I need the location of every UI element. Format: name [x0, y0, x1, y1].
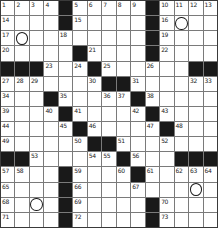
cell-r1c2[interactable]: 2 [15, 1, 28, 15]
cell-r10c9[interactable]: 51 [117, 137, 130, 151]
crossword-grid: 1234567891011121314151617181920212223242… [0, 0, 218, 228]
cell-r4c10[interactable] [131, 46, 144, 60]
clue-number-45: 45 [60, 122, 67, 129]
cell-r7c15[interactable] [204, 92, 217, 106]
cell-r8c13[interactable] [175, 107, 188, 121]
clue-number-36: 36 [103, 92, 110, 99]
cell-r1c10[interactable]: 9 [131, 1, 144, 15]
cell-r14c9[interactable] [117, 198, 130, 212]
cell-r14c6[interactable]: 69 [73, 198, 86, 212]
cell-r12c8[interactable] [102, 167, 115, 181]
cell-r6c5[interactable] [59, 77, 72, 91]
cell-r6c11[interactable] [146, 77, 159, 91]
black-cell-r7c4 [44, 92, 57, 106]
cell-r11c7[interactable]: 54 [88, 152, 101, 166]
cell-r4c7[interactable]: 21 [88, 46, 101, 60]
cell-r2c7[interactable] [88, 16, 101, 30]
cell-r2c13[interactable] [175, 16, 188, 30]
clue-number-68: 68 [2, 198, 9, 205]
cell-r7c9[interactable]: 37 [117, 92, 130, 106]
cell-r2c6[interactable]: 15 [73, 16, 86, 30]
cell-r6c3[interactable]: 29 [30, 77, 43, 91]
cell-r4c4[interactable] [44, 46, 57, 60]
clue-number-54: 54 [89, 152, 96, 159]
black-cell-r14c5 [59, 198, 72, 212]
black-cell-r6c8 [102, 77, 115, 91]
cell-r10c3[interactable] [30, 137, 43, 151]
cell-r10c4[interactable] [44, 137, 57, 151]
cell-r15c7[interactable] [88, 213, 101, 227]
cell-r12c14[interactable]: 63 [189, 167, 202, 181]
cell-r9c9[interactable] [117, 122, 130, 136]
cell-r14c13[interactable] [175, 198, 188, 212]
clue-number-20: 20 [2, 46, 9, 53]
circle-marker [175, 17, 187, 30]
cell-r10c12[interactable]: 52 [160, 137, 173, 151]
clue-number-30: 30 [89, 77, 96, 84]
clue-number-29: 29 [31, 77, 38, 84]
black-cell-r7c10 [131, 92, 144, 106]
cell-r12c11[interactable]: 61 [146, 167, 159, 181]
cell-r9c13[interactable]: 48 [175, 122, 188, 136]
clue-number-65: 65 [2, 183, 9, 190]
black-cell-r3c11 [146, 31, 159, 45]
clue-number-21: 21 [89, 46, 96, 53]
black-cell-r14c11 [146, 198, 159, 212]
clue-number-16: 16 [161, 16, 168, 23]
clue-number-28: 28 [16, 77, 23, 84]
cell-r11c12[interactable] [160, 152, 173, 166]
cell-r1c15[interactable]: 13 [204, 1, 217, 15]
black-cell-r4c11 [146, 46, 159, 60]
cell-r12c9[interactable]: 60 [117, 167, 130, 181]
black-cell-r2c11 [146, 16, 159, 30]
cell-r13c4[interactable] [44, 183, 57, 197]
cell-r1c8[interactable]: 7 [102, 1, 115, 15]
cell-r9c1[interactable]: 44 [1, 122, 14, 136]
cell-r4c13[interactable] [175, 46, 188, 60]
cell-r12c7[interactable] [88, 167, 101, 181]
cell-r14c3[interactable] [30, 198, 43, 212]
cell-r11c3[interactable]: 53 [30, 152, 43, 166]
cell-r15c4[interactable] [44, 213, 57, 227]
cell-r8c14[interactable] [189, 107, 202, 121]
clue-number-26: 26 [147, 62, 154, 69]
cell-r8c8[interactable] [102, 107, 115, 121]
cell-r5c5[interactable] [59, 62, 72, 76]
cell-r4c12[interactable]: 22 [160, 46, 173, 60]
cell-r6c10[interactable]: 31 [131, 77, 144, 91]
clue-number-5: 5 [74, 1, 77, 8]
cell-r3c12[interactable]: 19 [160, 31, 173, 45]
cell-r8c12[interactable]: 43 [160, 107, 173, 121]
cell-r12c6[interactable]: 59 [73, 167, 86, 181]
cell-r4c15[interactable] [204, 46, 217, 60]
cell-r6c7[interactable]: 30 [88, 77, 101, 91]
clue-number-35: 35 [60, 92, 67, 99]
cell-r11c8[interactable]: 55 [102, 152, 115, 166]
cell-r10c11[interactable] [146, 137, 159, 151]
clue-number-53: 53 [31, 152, 38, 159]
cell-r3c3[interactable] [30, 31, 43, 45]
clue-number-19: 19 [161, 31, 168, 38]
black-cell-r10c7 [88, 137, 101, 151]
cell-r1c9[interactable]: 8 [117, 1, 130, 15]
cell-r5c13[interactable] [175, 62, 188, 76]
cell-r13c14[interactable] [189, 183, 202, 197]
cell-r15c14[interactable] [189, 213, 202, 227]
clue-number-55: 55 [103, 152, 110, 159]
black-cell-r12c5 [59, 167, 72, 181]
cell-r6c13[interactable] [175, 77, 188, 91]
cell-r4c8[interactable] [102, 46, 115, 60]
cell-r15c9[interactable] [117, 213, 130, 227]
clue-number-48: 48 [176, 122, 183, 129]
cell-r6c15[interactable]: 33 [204, 77, 217, 91]
clue-number-32: 32 [190, 77, 197, 84]
cell-r2c9[interactable] [117, 16, 130, 30]
cell-r5c8[interactable]: 25 [102, 62, 115, 76]
cell-r2c3[interactable] [30, 16, 43, 30]
cell-r3c5[interactable]: 18 [59, 31, 72, 45]
cell-r1c3[interactable]: 3 [30, 1, 43, 15]
clue-number-33: 33 [205, 77, 212, 84]
clue-number-14: 14 [2, 16, 9, 23]
cell-r2c10[interactable] [131, 16, 144, 30]
cell-r8c2[interactable] [15, 107, 28, 121]
cell-r8c4[interactable]: 40 [44, 107, 57, 121]
cell-r14c4[interactable] [44, 198, 57, 212]
cell-r11c10[interactable]: 56 [131, 152, 144, 166]
cell-r14c1[interactable]: 68 [1, 198, 14, 212]
clue-number-6: 6 [89, 1, 92, 8]
cell-r9c8[interactable] [102, 122, 115, 136]
cell-r7c3[interactable] [30, 92, 43, 106]
cell-r4c2[interactable] [15, 46, 28, 60]
clue-number-43: 43 [161, 107, 168, 114]
clue-number-15: 15 [74, 16, 81, 23]
black-cell-r4c6 [73, 46, 86, 60]
cell-r7c7[interactable] [88, 92, 101, 106]
cell-r14c14[interactable] [189, 198, 202, 212]
black-cell-r5c1 [1, 62, 14, 76]
cell-r12c12[interactable] [160, 167, 173, 181]
clue-number-73: 73 [161, 213, 168, 220]
clue-number-56: 56 [132, 152, 139, 159]
cell-r4c9[interactable] [117, 46, 130, 60]
clue-number-72: 72 [74, 213, 81, 220]
cell-r11c4[interactable] [44, 152, 57, 166]
black-cell-r2c5 [59, 16, 72, 30]
black-cell-r5c14 [189, 62, 202, 76]
clue-number-25: 25 [103, 62, 110, 69]
cell-r8c10[interactable]: 42 [131, 107, 144, 121]
clue-number-59: 59 [74, 167, 81, 174]
cell-r6c6[interactable] [73, 77, 86, 91]
cell-r3c9[interactable] [117, 31, 130, 45]
black-cell-r8c5 [59, 107, 72, 121]
cell-r8c3[interactable] [30, 107, 43, 121]
black-cell-r11c1 [1, 152, 14, 166]
clue-number-4: 4 [45, 1, 48, 8]
cell-r8c7[interactable] [88, 107, 101, 121]
cell-r15c10[interactable] [131, 213, 144, 227]
cell-r12c1[interactable]: 57 [1, 167, 14, 181]
black-cell-r1c5 [59, 1, 72, 15]
cell-r6c4[interactable] [44, 77, 57, 91]
cell-r15c12[interactable]: 73 [160, 213, 173, 227]
black-cell-r11c13 [175, 152, 188, 166]
cell-r7c8[interactable]: 36 [102, 92, 115, 106]
cell-r9c15[interactable] [204, 122, 217, 136]
cell-r9c14[interactable] [189, 122, 202, 136]
black-cell-r1c11 [146, 1, 159, 15]
cell-r2c4[interactable] [44, 16, 57, 30]
black-cell-r5c2 [15, 62, 28, 76]
cell-r14c8[interactable] [102, 198, 115, 212]
cell-r10c1[interactable]: 49 [1, 137, 14, 151]
cell-r10c13[interactable] [175, 137, 188, 151]
cell-r15c6[interactable]: 72 [73, 213, 86, 227]
clue-number-39: 39 [2, 107, 9, 114]
clue-number-38: 38 [147, 92, 154, 99]
cell-r1c7[interactable]: 6 [88, 1, 101, 15]
clue-number-70: 70 [161, 198, 168, 205]
black-cell-r9c12 [160, 122, 173, 136]
clue-number-57: 57 [2, 167, 9, 174]
cell-r1c6[interactable]: 5 [73, 1, 86, 15]
cell-r10c10[interactable] [131, 137, 144, 151]
cell-r13c11[interactable] [146, 183, 159, 197]
cell-r10c2[interactable] [15, 137, 28, 151]
cell-r5c11[interactable]: 26 [146, 62, 159, 76]
cell-r3c15[interactable] [204, 31, 217, 45]
cell-r9c4[interactable] [44, 122, 57, 136]
cell-r2c12[interactable]: 16 [160, 16, 173, 30]
cell-r13c15[interactable] [204, 183, 217, 197]
cell-r9c11[interactable]: 47 [146, 122, 159, 136]
clue-number-69: 69 [74, 198, 81, 205]
clue-number-64: 64 [205, 167, 212, 174]
cell-r2c1[interactable]: 14 [1, 16, 14, 30]
clue-number-60: 60 [118, 167, 125, 174]
cell-r6c1[interactable]: 27 [1, 77, 14, 91]
cell-r7c12[interactable] [160, 92, 173, 106]
black-cell-r5c7 [88, 62, 101, 76]
clue-number-40: 40 [45, 107, 52, 114]
black-cell-r13c5 [59, 183, 72, 197]
cell-r14c10[interactable] [131, 198, 144, 212]
cell-r8c15[interactable] [204, 107, 217, 121]
cell-r3c6[interactable] [73, 31, 86, 45]
cell-r7c14[interactable] [189, 92, 202, 106]
clue-number-10: 10 [161, 1, 168, 8]
black-cell-r11c9 [117, 152, 130, 166]
cell-r12c3[interactable] [30, 167, 43, 181]
cell-r1c13[interactable]: 11 [175, 1, 188, 15]
clue-number-11: 11 [176, 1, 183, 8]
cell-r10c5[interactable] [59, 137, 72, 151]
cell-r9c2[interactable] [15, 122, 28, 136]
black-cell-r9c6 [73, 122, 86, 136]
clue-number-12: 12 [190, 1, 197, 8]
cell-r13c7[interactable] [88, 183, 101, 197]
cell-r13c13[interactable] [175, 183, 188, 197]
cell-r9c7[interactable]: 46 [88, 122, 101, 136]
cell-r9c3[interactable] [30, 122, 43, 136]
cell-r3c4[interactable] [44, 31, 57, 45]
cell-r3c14[interactable] [189, 31, 202, 45]
cell-r3c2[interactable] [15, 31, 28, 45]
cell-r15c3[interactable] [30, 213, 43, 227]
cell-r2c8[interactable] [102, 16, 115, 30]
cell-r1c14[interactable]: 12 [189, 1, 202, 15]
cell-r4c14[interactable] [189, 46, 202, 60]
cell-r1c4[interactable]: 4 [44, 1, 57, 15]
cell-r3c8[interactable] [102, 31, 115, 45]
cell-r1c12[interactable]: 10 [160, 1, 173, 15]
clue-number-7: 7 [103, 1, 106, 8]
cell-r4c1[interactable]: 20 [1, 46, 14, 60]
clue-number-46: 46 [89, 122, 96, 129]
cell-r13c9[interactable] [117, 183, 130, 197]
cell-r14c2[interactable] [15, 198, 28, 212]
black-cell-r11c14 [189, 152, 202, 166]
cell-r7c5[interactable]: 35 [59, 92, 72, 106]
cell-r13c2[interactable] [15, 183, 28, 197]
cell-r5c6[interactable]: 24 [73, 62, 86, 76]
circle-marker [190, 183, 202, 196]
cell-r7c2[interactable] [15, 92, 28, 106]
clue-number-47: 47 [147, 122, 154, 129]
clue-number-1: 1 [2, 1, 5, 8]
cell-r12c15[interactable]: 64 [204, 167, 217, 181]
cell-r15c13[interactable] [175, 213, 188, 227]
clue-number-42: 42 [132, 107, 139, 114]
cell-r2c14[interactable] [189, 16, 202, 30]
black-cell-r15c5 [59, 213, 72, 227]
cell-r11c6[interactable] [73, 152, 86, 166]
cell-r13c6[interactable]: 66 [73, 183, 86, 197]
clue-number-17: 17 [2, 31, 9, 38]
clue-number-37: 37 [118, 92, 125, 99]
cell-r11c11[interactable] [146, 152, 159, 166]
cell-r14c7[interactable] [88, 198, 101, 212]
black-cell-r11c2 [15, 152, 28, 166]
cell-r10c6[interactable]: 50 [73, 137, 86, 151]
clue-number-18: 18 [60, 31, 67, 38]
cell-r12c13[interactable]: 62 [175, 167, 188, 181]
clue-number-49: 49 [2, 137, 9, 144]
cell-r8c6[interactable]: 41 [73, 107, 86, 121]
circle-marker [30, 198, 42, 211]
circle-marker [16, 32, 28, 45]
clue-number-71: 71 [2, 213, 9, 220]
cell-r11c5[interactable] [59, 152, 72, 166]
clue-number-44: 44 [2, 122, 9, 129]
cell-r12c2[interactable]: 58 [15, 167, 28, 181]
cell-r13c10[interactable]: 67 [131, 183, 144, 197]
cell-r14c12[interactable]: 70 [160, 198, 173, 212]
clue-number-31: 31 [132, 77, 139, 84]
clue-number-3: 3 [31, 1, 34, 8]
cell-r15c8[interactable] [102, 213, 115, 227]
cell-r9c10[interactable] [131, 122, 144, 136]
cell-r10c14[interactable] [189, 137, 202, 151]
black-cell-r8c11 [146, 107, 159, 121]
cell-r5c10[interactable] [131, 62, 144, 76]
cell-r7c6[interactable] [73, 92, 86, 106]
cell-r5c12[interactable] [160, 62, 173, 76]
clue-number-34: 34 [2, 92, 9, 99]
black-cell-r5c15 [204, 62, 217, 76]
cell-r10c15[interactable] [204, 137, 217, 151]
cell-r12c4[interactable] [44, 167, 57, 181]
cell-r14c15[interactable] [204, 198, 217, 212]
clue-number-51: 51 [118, 137, 125, 144]
cell-r5c9[interactable] [117, 62, 130, 76]
clue-number-52: 52 [161, 137, 168, 144]
cell-r15c1[interactable]: 71 [1, 213, 14, 227]
cell-r8c9[interactable] [117, 107, 130, 121]
clue-number-50: 50 [74, 137, 81, 144]
clue-number-8: 8 [118, 1, 121, 8]
cell-r9c5[interactable]: 45 [59, 122, 72, 136]
clue-number-62: 62 [176, 167, 183, 174]
clue-number-24: 24 [74, 62, 81, 69]
cell-r1c1[interactable]: 1 [1, 1, 14, 15]
cell-r13c1[interactable]: 65 [1, 183, 14, 197]
cell-r3c1[interactable]: 17 [1, 31, 14, 45]
cell-r13c12[interactable] [160, 183, 173, 197]
clue-number-41: 41 [74, 107, 81, 114]
clue-number-63: 63 [190, 167, 197, 174]
black-cell-r5c3 [30, 62, 43, 76]
clue-number-23: 23 [45, 62, 52, 69]
clue-number-2: 2 [16, 1, 19, 8]
black-cell-r10c8 [102, 137, 115, 151]
clue-number-67: 67 [132, 183, 139, 190]
clue-number-27: 27 [2, 77, 9, 84]
clue-number-13: 13 [205, 1, 212, 8]
black-cell-r6c9 [117, 77, 130, 91]
cell-r4c5[interactable] [59, 46, 72, 60]
cell-r3c7[interactable] [88, 31, 101, 45]
cell-r7c13[interactable] [175, 92, 188, 106]
clue-number-66: 66 [74, 183, 81, 190]
cell-r8c1[interactable]: 39 [1, 107, 14, 121]
black-cell-r11c15 [204, 152, 217, 166]
cell-r5c4[interactable]: 23 [44, 62, 57, 76]
cell-r15c2[interactable] [15, 213, 28, 227]
cell-r6c14[interactable]: 32 [189, 77, 202, 91]
cell-r13c8[interactable] [102, 183, 115, 197]
cell-r13c3[interactable] [30, 183, 43, 197]
cell-r3c10[interactable] [131, 31, 144, 45]
cell-r6c12[interactable] [160, 77, 173, 91]
clue-number-22: 22 [161, 46, 168, 53]
cell-r4c3[interactable] [30, 46, 43, 60]
clue-number-58: 58 [16, 167, 23, 174]
cell-r3c13[interactable] [175, 31, 188, 45]
cell-r15c15[interactable] [204, 213, 217, 227]
cell-r2c2[interactable] [15, 16, 28, 30]
black-cell-r12c10 [131, 167, 144, 181]
cell-r7c1[interactable]: 34 [1, 92, 14, 106]
cell-r6c2[interactable]: 28 [15, 77, 28, 91]
cell-r7c11[interactable]: 38 [146, 92, 159, 106]
cell-r2c15[interactable] [204, 16, 217, 30]
